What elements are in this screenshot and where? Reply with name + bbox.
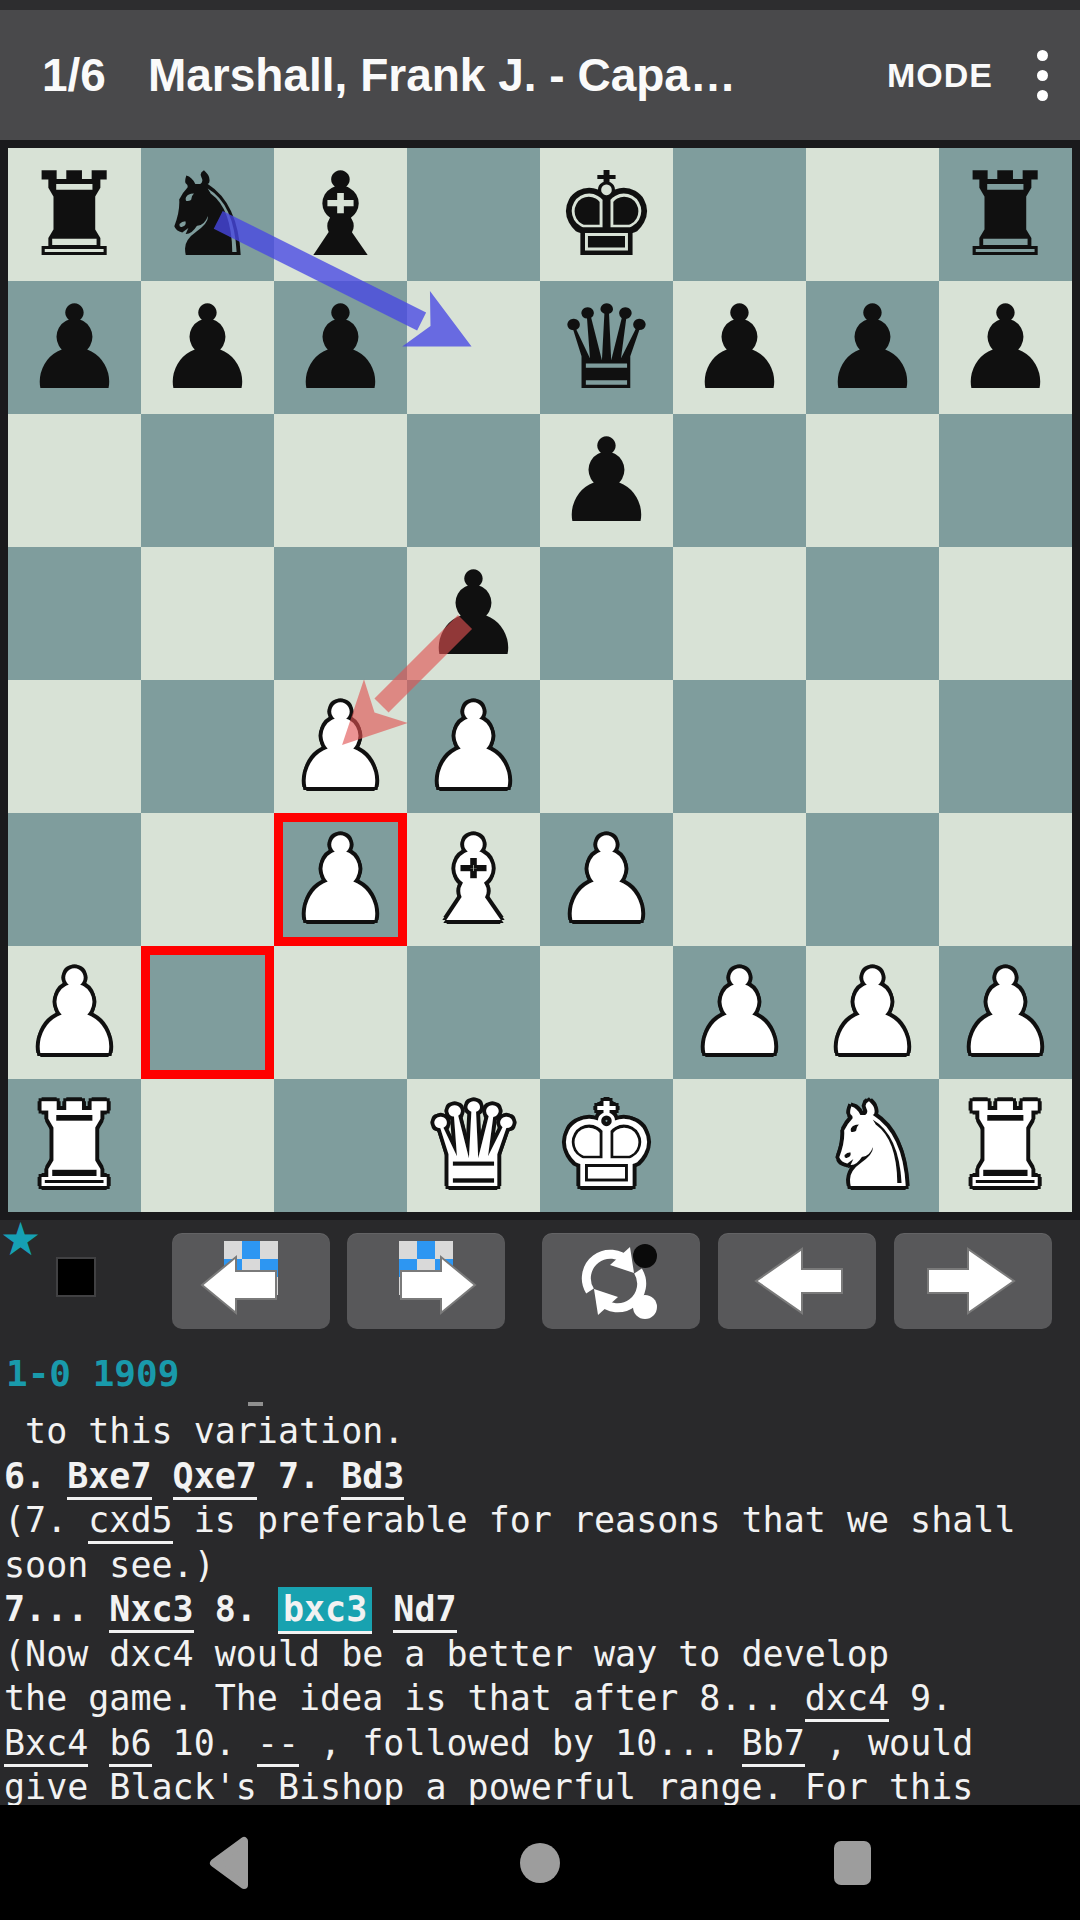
square-a2[interactable]: ♟ xyxy=(8,946,141,1079)
black-bishop-c8: ♝ xyxy=(289,148,393,281)
square-b1[interactable] xyxy=(141,1079,274,1212)
square-a3[interactable] xyxy=(8,813,141,946)
chess-board[interactable]: ♜♞♝♚♜♟♟♟♛♟♟♟♟♟♟♟♟♝♟♟♟♟♟♜♛♚♞♜ xyxy=(0,140,1080,1220)
square-f4[interactable] xyxy=(673,680,806,813)
white-queen-d1: ♛ xyxy=(422,1079,526,1212)
black-queen-e7: ♛ xyxy=(555,281,659,414)
previous-game-button[interactable] xyxy=(172,1233,330,1329)
white-bishop-d3: ♝ xyxy=(422,813,526,946)
square-h2[interactable]: ♟ xyxy=(939,946,1072,1079)
square-a1[interactable]: ♜ xyxy=(8,1079,141,1212)
square-g8[interactable] xyxy=(806,148,939,281)
annotation-line: give Black's Bishop a powerful range. Fo… xyxy=(4,1765,1080,1805)
square-f3[interactable] xyxy=(673,813,806,946)
black-pawn-d5: ♟ xyxy=(422,547,526,680)
annotation-panel[interactable]: 1-0 1909 to this variation.6. Bxe7 Qxe7 … xyxy=(0,1352,1080,1805)
annotation-line: Bxc4 b6 10. -- , followed by 10... Bb7 ,… xyxy=(4,1721,1080,1766)
move-link[interactable]: -- xyxy=(257,1723,299,1767)
black-king-e8: ♚ xyxy=(555,148,659,281)
annotation-lines: to this variation.6. Bxe7 Qxe7 7. Bd3(7.… xyxy=(0,1409,1080,1805)
square-c2[interactable] xyxy=(274,946,407,1079)
square-d8[interactable] xyxy=(407,148,540,281)
square-c6[interactable] xyxy=(274,414,407,547)
text-segment: 9. xyxy=(889,1678,952,1718)
text-segment: to this variation. xyxy=(4,1411,404,1451)
white-pawn-d4: ♟ xyxy=(422,680,526,813)
text-segment: 6. xyxy=(4,1456,67,1496)
square-c8[interactable]: ♝ xyxy=(274,148,407,281)
back-icon[interactable] xyxy=(206,1833,250,1893)
move-link[interactable]: Qxe7 xyxy=(173,1456,257,1500)
square-e6[interactable]: ♟ xyxy=(540,414,673,547)
square-e8[interactable]: ♚ xyxy=(540,148,673,281)
move-toolbar: ★ xyxy=(0,1220,1080,1352)
move-link[interactable]: Bb7 xyxy=(742,1723,805,1767)
square-f6[interactable] xyxy=(673,414,806,547)
white-pawn-h2: ♟ xyxy=(954,946,1058,1079)
move-link[interactable]: Bxe7 xyxy=(67,1456,151,1500)
move-link[interactable]: cxd5 xyxy=(88,1500,172,1544)
app-bar: 1/6 Marshall, Frank J. - Capa… MODE xyxy=(0,10,1080,140)
white-pawn-a2: ♟ xyxy=(23,946,127,1079)
square-g5[interactable] xyxy=(806,547,939,680)
square-b2[interactable] xyxy=(141,946,274,1079)
black-knight-b8: ♞ xyxy=(156,148,260,281)
flip-board-button[interactable] xyxy=(542,1233,700,1329)
square-h6[interactable] xyxy=(939,414,1072,547)
game-index: 1/6 xyxy=(42,48,106,102)
text-segment: the game. The idea is that after 8... xyxy=(4,1678,805,1718)
black-rook-h8: ♜ xyxy=(954,148,1058,281)
square-e7[interactable]: ♛ xyxy=(540,281,673,414)
black-pawn-c7: ♟ xyxy=(289,281,393,414)
home-icon[interactable] xyxy=(518,1833,562,1893)
text-segment: 7... xyxy=(4,1589,109,1629)
annotation-line: 7... Nxc3 8. bxc3 Nd7 xyxy=(4,1587,1080,1632)
square-f1[interactable] xyxy=(673,1079,806,1212)
annotation-line: 6. Bxe7 Qxe7 7. Bd3 xyxy=(4,1454,1080,1499)
left-arrow-icon xyxy=(718,1233,876,1329)
annotation-line: the game. The idea is that after 8... dx… xyxy=(4,1676,1080,1721)
white-pawn-g2: ♟ xyxy=(821,946,925,1079)
text-segment: soon see.) xyxy=(4,1545,215,1585)
square-d3[interactable]: ♝ xyxy=(407,813,540,946)
recents-icon[interactable] xyxy=(830,1833,874,1893)
square-a5[interactable] xyxy=(8,547,141,680)
white-knight-g1: ♞ xyxy=(821,1079,925,1212)
square-e2[interactable] xyxy=(540,946,673,1079)
text-segment: is preferable for reasons that we shall xyxy=(173,1500,1016,1540)
white-rook-h1: ♜ xyxy=(954,1079,1058,1212)
square-d2[interactable] xyxy=(407,946,540,1079)
square-c4[interactable]: ♟ xyxy=(274,680,407,813)
square-h3[interactable] xyxy=(939,813,1072,946)
square-a6[interactable] xyxy=(8,414,141,547)
right-arrow-icon xyxy=(894,1233,1052,1329)
square-c3[interactable]: ♟ xyxy=(274,813,407,946)
text-segment: (7. xyxy=(4,1500,88,1540)
overflow-menu-icon[interactable] xyxy=(1033,46,1052,105)
previous-move-button[interactable] xyxy=(718,1233,876,1329)
white-king-e1: ♚ xyxy=(555,1079,659,1212)
black-pawn-a7: ♟ xyxy=(23,281,127,414)
square-c5[interactable] xyxy=(274,547,407,680)
white-pawn-c4: ♟ xyxy=(289,680,393,813)
square-b6[interactable] xyxy=(141,414,274,547)
square-h1[interactable]: ♜ xyxy=(939,1079,1072,1212)
black-pawn-b7: ♟ xyxy=(156,281,260,414)
black-rook-a8: ♜ xyxy=(23,148,127,281)
square-g4[interactable] xyxy=(806,680,939,813)
black-pawn-g7: ♟ xyxy=(821,281,925,414)
text-segment: give Black's Bishop a powerful range. Fo… xyxy=(4,1767,973,1805)
white-pawn-c3: ♟ xyxy=(289,813,393,946)
square-c1[interactable] xyxy=(274,1079,407,1212)
board-right-arrow-icon xyxy=(347,1233,505,1329)
text-segment xyxy=(152,1456,173,1496)
move-link[interactable]: dxc4 xyxy=(805,1678,889,1722)
text-segment: , would xyxy=(805,1723,974,1763)
square-g2[interactable]: ♟ xyxy=(806,946,939,1079)
square-h5[interactable] xyxy=(939,547,1072,680)
square-g1[interactable]: ♞ xyxy=(806,1079,939,1212)
text-cursor-mark xyxy=(248,1402,263,1406)
text-segment: (Now dxc4 would be a better way to devel… xyxy=(4,1634,889,1674)
square-f2[interactable]: ♟ xyxy=(673,946,806,1079)
move-link[interactable]: Bd3 xyxy=(341,1456,404,1500)
bookmark-star-icon[interactable]: ★ xyxy=(0,1212,41,1266)
square-g6[interactable] xyxy=(806,414,939,547)
square-b7[interactable]: ♟ xyxy=(141,281,274,414)
square-e4[interactable] xyxy=(540,680,673,813)
status-bar xyxy=(0,0,1080,10)
flip-board-icon xyxy=(542,1233,700,1329)
square-d6[interactable] xyxy=(407,414,540,547)
square-g3[interactable] xyxy=(806,813,939,946)
black-pawn-h7: ♟ xyxy=(954,281,1058,414)
mode-button[interactable]: MODE xyxy=(887,56,993,95)
square-b3[interactable] xyxy=(141,813,274,946)
square-f5[interactable] xyxy=(673,547,806,680)
annotation-line: soon see.) xyxy=(4,1543,1080,1588)
square-d7[interactable] xyxy=(407,281,540,414)
move-link[interactable]: Nd7 xyxy=(393,1589,456,1633)
square-a8[interactable]: ♜ xyxy=(8,148,141,281)
text-segment: 7. xyxy=(257,1456,341,1496)
square-e5[interactable] xyxy=(540,547,673,680)
square-a7[interactable]: ♟ xyxy=(8,281,141,414)
white-pawn-f2: ♟ xyxy=(688,946,792,1079)
square-e1[interactable]: ♚ xyxy=(540,1079,673,1212)
board-left-arrow-icon xyxy=(172,1233,330,1329)
move-link[interactable]: Bxc4 xyxy=(4,1723,88,1767)
annotation-line: (Now dxc4 would be a better way to devel… xyxy=(4,1632,1080,1677)
next-game-button[interactable] xyxy=(347,1233,505,1329)
annotation-line: (7. cxd5 is preferable for reasons that … xyxy=(4,1498,1080,1543)
black-pawn-f7: ♟ xyxy=(688,281,792,414)
text-segment: 8. xyxy=(194,1589,278,1629)
text-segment: , followed by 10... xyxy=(299,1723,742,1763)
android-nav-bar xyxy=(0,1805,1080,1920)
square-g7[interactable]: ♟ xyxy=(806,281,939,414)
annotation-line: to this variation. xyxy=(4,1409,1080,1454)
square-a4[interactable] xyxy=(8,680,141,813)
square-b5[interactable] xyxy=(141,547,274,680)
move-link[interactable]: Nxc3 xyxy=(109,1589,193,1633)
side-to-move-indicator xyxy=(56,1257,96,1297)
square-b4[interactable] xyxy=(141,680,274,813)
black-pawn-e6: ♟ xyxy=(555,414,659,547)
square-h7[interactable]: ♟ xyxy=(939,281,1072,414)
square-f7[interactable]: ♟ xyxy=(673,281,806,414)
square-d5[interactable]: ♟ xyxy=(407,547,540,680)
square-h4[interactable] xyxy=(939,680,1072,813)
text-segment: 10. xyxy=(152,1723,257,1763)
square-d1[interactable]: ♛ xyxy=(407,1079,540,1212)
next-move-button[interactable] xyxy=(894,1233,1052,1329)
square-f8[interactable] xyxy=(673,148,806,281)
text-segment xyxy=(88,1723,109,1763)
page-title: Marshall, Frank J. - Capa… xyxy=(148,48,887,102)
white-rook-a1: ♜ xyxy=(23,1079,127,1212)
move-link[interactable]: b6 xyxy=(109,1723,151,1767)
text-segment xyxy=(372,1589,393,1629)
current-move-highlight[interactable]: bxc3 xyxy=(278,1587,372,1634)
square-d4[interactable]: ♟ xyxy=(407,680,540,813)
square-e3[interactable]: ♟ xyxy=(540,813,673,946)
square-h8[interactable]: ♜ xyxy=(939,148,1072,281)
board-grid[interactable]: ♜♞♝♚♜♟♟♟♛♟♟♟♟♟♟♟♟♝♟♟♟♟♟♜♛♚♞♜ xyxy=(8,148,1072,1212)
square-b8[interactable]: ♞ xyxy=(141,148,274,281)
white-pawn-e3: ♟ xyxy=(555,813,659,946)
game-result-year: 1-0 1909 xyxy=(0,1352,1080,1396)
square-c7[interactable]: ♟ xyxy=(274,281,407,414)
